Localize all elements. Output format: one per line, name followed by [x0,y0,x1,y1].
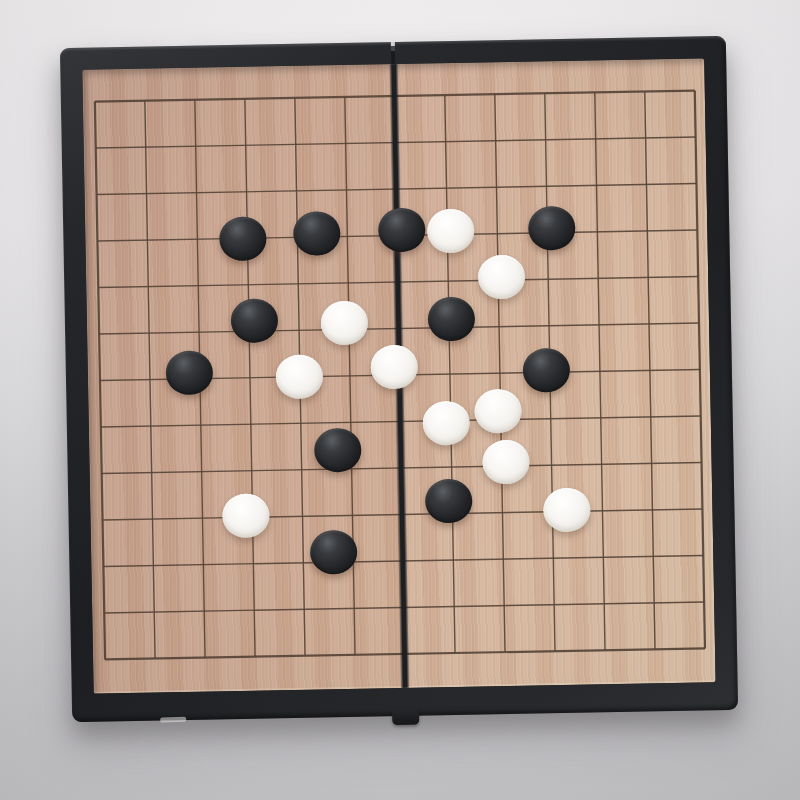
white-stone[interactable] [275,354,323,399]
black-stone[interactable] [377,207,425,252]
black-stone[interactable] [527,205,575,250]
white-stone[interactable] [422,400,470,445]
white-stone[interactable] [482,440,530,485]
black-stone[interactable] [522,348,570,393]
photo-scene [0,0,800,800]
black-stone[interactable] [165,350,213,395]
black-stone[interactable] [427,296,475,341]
hinge-tab [392,709,419,725]
white-stone[interactable] [543,487,591,532]
black-stone[interactable] [230,298,278,343]
frame-scuff-mark [160,717,186,723]
black-stone[interactable] [218,216,266,261]
frame-split-top [391,42,395,64]
white-stone[interactable] [222,493,270,538]
black-stone[interactable] [292,211,340,256]
go-board [60,36,738,722]
black-stone[interactable] [424,478,472,523]
white-stone[interactable] [474,388,522,433]
white-stone[interactable] [426,208,474,253]
black-stone[interactable] [309,530,357,575]
black-stone[interactable] [313,428,361,473]
white-stone[interactable] [370,345,418,390]
white-stone[interactable] [477,255,525,300]
white-stone[interactable] [320,300,368,345]
